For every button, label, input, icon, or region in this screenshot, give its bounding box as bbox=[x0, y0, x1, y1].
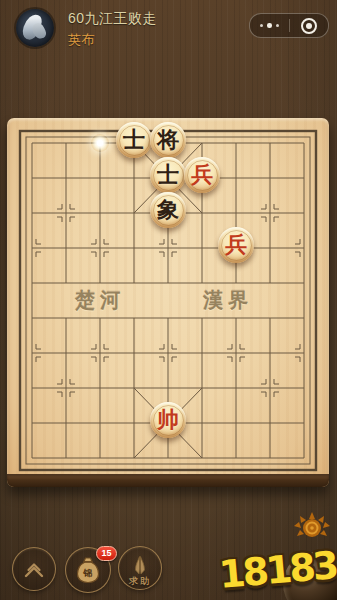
18183-watermark: 18183 bbox=[217, 516, 337, 600]
bag-badge: 15 bbox=[96, 546, 117, 561]
piece-red-帅[interactable]: 帅 bbox=[150, 402, 186, 438]
help-label: 求助 bbox=[129, 575, 151, 588]
piece-black-士[interactable]: 士 bbox=[116, 122, 152, 158]
double-chevron-up-icon bbox=[23, 560, 45, 578]
piece-red-兵[interactable]: 兵 bbox=[218, 227, 254, 263]
circle-dot-icon bbox=[301, 18, 317, 34]
river-label-right: 漢界 bbox=[203, 287, 253, 314]
xiangqi-board[interactable]: 楚河 漢界 士将士兵象兵帅 bbox=[7, 118, 329, 487]
sun-icon bbox=[291, 510, 333, 548]
piece-black-将[interactable]: 将 bbox=[150, 122, 186, 158]
rewards-bag-button[interactable]: 锦 15 bbox=[65, 547, 111, 593]
more-button[interactable] bbox=[250, 14, 289, 37]
screen: { "game": "xiangqi", "header": { "title"… bbox=[0, 0, 337, 600]
praying-hands-icon bbox=[129, 555, 151, 577]
player-avatar bbox=[16, 9, 54, 47]
piece-black-象[interactable]: 象 bbox=[150, 192, 186, 228]
last-move-marker bbox=[91, 134, 109, 152]
expand-button[interactable] bbox=[12, 547, 56, 591]
puzzle-title: 60九江王败走 bbox=[68, 9, 157, 27]
help-button[interactable]: 求助 bbox=[118, 546, 162, 590]
wechat-capsule bbox=[249, 13, 329, 38]
header: 60九江王败走 英布 bbox=[0, 0, 337, 56]
ball-icon bbox=[283, 552, 337, 600]
more-dots-icon bbox=[260, 23, 279, 28]
piece-black-士[interactable]: 士 bbox=[150, 157, 186, 193]
river-label-left: 楚河 bbox=[75, 287, 125, 314]
watermark-text: 18183 bbox=[217, 543, 337, 597]
piece-red-兵[interactable]: 兵 bbox=[184, 157, 220, 193]
puzzle-subtitle: 英布 bbox=[68, 31, 95, 48]
exit-button[interactable] bbox=[290, 14, 329, 37]
bag-label: 锦 bbox=[84, 566, 93, 579]
